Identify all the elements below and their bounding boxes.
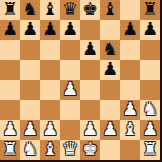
square-a5[interactable] <box>0 60 20 80</box>
square-d7[interactable]: ♟ <box>60 20 80 40</box>
square-f3[interactable] <box>100 100 120 120</box>
square-g1[interactable] <box>120 140 140 160</box>
square-d8[interactable]: ♛ <box>60 0 80 20</box>
square-g3[interactable]: ♟ <box>120 100 140 120</box>
white-pawn: ♟ <box>82 120 98 139</box>
square-b1[interactable]: ♞ <box>20 140 40 160</box>
black-bishop: ♝ <box>42 0 58 19</box>
square-e1[interactable]: ♚ <box>80 140 100 160</box>
square-a7[interactable]: ♟ <box>0 20 20 40</box>
white-pawn: ♟ <box>122 100 138 119</box>
square-d6[interactable] <box>60 40 80 60</box>
square-b3[interactable] <box>20 100 40 120</box>
square-c4[interactable] <box>40 80 60 100</box>
square-h3[interactable]: ♞ <box>140 100 160 120</box>
square-f1[interactable] <box>100 140 120 160</box>
square-f2[interactable]: ♟ <box>100 120 120 140</box>
square-h8[interactable]: ♜ <box>140 0 160 20</box>
square-d2[interactable] <box>60 120 80 140</box>
black-pawn: ♟ <box>122 20 138 39</box>
square-c5[interactable] <box>40 60 60 80</box>
square-e6[interactable]: ♟ <box>80 40 100 60</box>
square-c7[interactable]: ♟ <box>40 20 60 40</box>
square-d3[interactable] <box>60 100 80 120</box>
black-pawn: ♟ <box>2 20 18 39</box>
square-f5[interactable]: ♟ <box>100 60 120 80</box>
square-g6[interactable] <box>120 40 140 60</box>
square-d5[interactable] <box>60 60 80 80</box>
square-e5[interactable] <box>80 60 100 80</box>
white-pawn: ♟ <box>142 120 158 139</box>
square-a4[interactable] <box>0 80 20 100</box>
black-pawn: ♟ <box>62 20 78 39</box>
white-queen: ♛ <box>62 140 78 159</box>
square-g5[interactable] <box>120 60 140 80</box>
square-a1[interactable]: ♜ <box>0 140 20 160</box>
square-h6[interactable] <box>140 40 160 60</box>
white-rook: ♜ <box>142 140 158 159</box>
square-f6[interactable]: ♞ <box>100 40 120 60</box>
square-e7[interactable] <box>80 20 100 40</box>
square-h4[interactable] <box>140 80 160 100</box>
black-bishop: ♝ <box>102 0 118 19</box>
square-h1[interactable]: ♜ <box>140 140 160 160</box>
white-bishop: ♝ <box>42 140 58 159</box>
screenshot-stage: ♜♞♝♛♚♝♜♟♟♟♟♟♟♟♞♟♟♟♞♟♟♟♟♟♝♟♜♞♝♛♚♜ <box>0 0 162 162</box>
square-f7[interactable] <box>100 20 120 40</box>
black-rook: ♜ <box>2 0 18 19</box>
black-pawn: ♟ <box>102 60 118 79</box>
black-pawn: ♟ <box>22 20 38 39</box>
square-b2[interactable]: ♟ <box>20 120 40 140</box>
square-e2[interactable]: ♟ <box>80 120 100 140</box>
square-d4[interactable]: ♟ <box>60 80 80 100</box>
square-b6[interactable] <box>20 40 40 60</box>
black-knight: ♞ <box>102 40 118 59</box>
square-g7[interactable]: ♟ <box>120 20 140 40</box>
black-knight: ♞ <box>22 0 38 19</box>
square-e3[interactable] <box>80 100 100 120</box>
square-c8[interactable]: ♝ <box>40 0 60 20</box>
square-h5[interactable] <box>140 60 160 80</box>
white-pawn: ♟ <box>2 120 18 139</box>
square-b5[interactable] <box>20 60 40 80</box>
white-pawn: ♟ <box>102 120 118 139</box>
square-g4[interactable] <box>120 80 140 100</box>
square-e4[interactable] <box>80 80 100 100</box>
black-queen: ♛ <box>62 0 78 19</box>
black-pawn: ♟ <box>142 20 158 39</box>
white-bishop: ♝ <box>122 120 138 139</box>
square-e8[interactable]: ♚ <box>80 0 100 20</box>
square-g8[interactable] <box>120 0 140 20</box>
white-knight: ♞ <box>22 140 38 159</box>
white-king: ♚ <box>82 140 98 159</box>
white-pawn: ♟ <box>22 120 38 139</box>
square-d1[interactable]: ♛ <box>60 140 80 160</box>
square-b4[interactable] <box>20 80 40 100</box>
black-rook: ♜ <box>142 0 158 19</box>
square-a6[interactable] <box>0 40 20 60</box>
square-c6[interactable] <box>40 40 60 60</box>
white-pawn: ♟ <box>42 120 58 139</box>
white-pawn: ♟ <box>62 80 78 99</box>
square-c2[interactable]: ♟ <box>40 120 60 140</box>
black-pawn: ♟ <box>82 40 98 59</box>
square-c1[interactable]: ♝ <box>40 140 60 160</box>
square-a2[interactable]: ♟ <box>0 120 20 140</box>
white-knight: ♞ <box>142 100 158 119</box>
square-a3[interactable] <box>0 100 20 120</box>
square-f8[interactable]: ♝ <box>100 0 120 20</box>
square-c3[interactable] <box>40 100 60 120</box>
square-b7[interactable]: ♟ <box>20 20 40 40</box>
square-h2[interactable]: ♟ <box>140 120 160 140</box>
chess-board: ♜♞♝♛♚♝♜♟♟♟♟♟♟♟♞♟♟♟♞♟♟♟♟♟♝♟♜♞♝♛♚♜ <box>0 0 162 162</box>
square-g2[interactable]: ♝ <box>120 120 140 140</box>
square-h7[interactable]: ♟ <box>140 20 160 40</box>
square-a8[interactable]: ♜ <box>0 0 20 20</box>
black-king: ♚ <box>82 0 98 19</box>
black-pawn: ♟ <box>42 20 58 39</box>
white-rook: ♜ <box>2 140 18 159</box>
square-f4[interactable] <box>100 80 120 100</box>
square-b8[interactable]: ♞ <box>20 0 40 20</box>
